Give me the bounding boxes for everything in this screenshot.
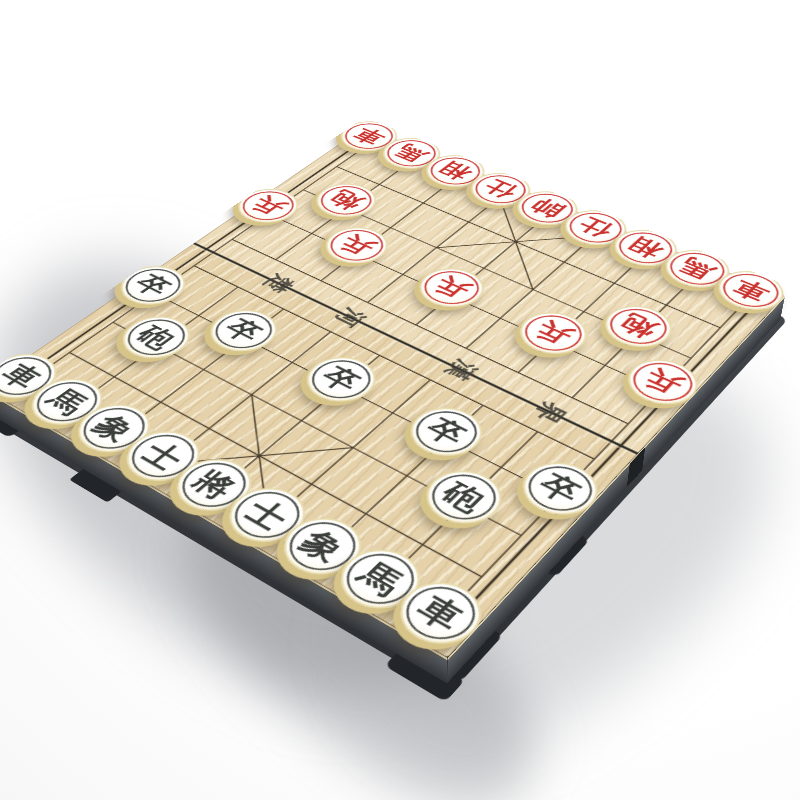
piece-character: 砲 (415, 463, 513, 533)
piece-black-soldier[interactable]: 卒 (293, 348, 390, 411)
piece-black-cannon[interactable]: 砲 (411, 461, 515, 535)
product-photo: 楚 河 漢 界 車馬相仕帥仕相馬車炮炮兵兵兵兵兵卒卒卒卒卒砲砲車馬象士將士象馬車 (0, 0, 800, 800)
piece-character: 卒 (296, 350, 387, 409)
scene: 楚 河 漢 界 車馬相仕帥仕相馬車炮炮兵兵兵兵兵卒卒卒卒卒砲砲車馬象士將士象馬車 (0, 0, 800, 800)
piece-character: 卒 (400, 400, 494, 463)
piece-black-soldier[interactable]: 卒 (397, 398, 497, 466)
xiangqi-board: 楚 河 漢 界 車馬相仕帥仕相馬車炮炮兵兵兵兵兵卒卒卒卒卒砲砲車馬象士將士象馬車 (0, 127, 785, 658)
